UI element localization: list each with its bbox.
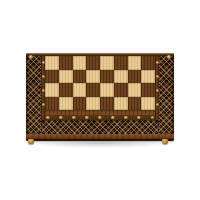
carved-border-right [159, 56, 174, 134]
board-square [141, 97, 155, 111]
hinge-icon [167, 55, 171, 59]
board-square [100, 83, 114, 97]
brass-stud [156, 89, 159, 92]
board-square [100, 70, 114, 84]
board-square [73, 56, 87, 70]
hinge-strip-right [155, 56, 159, 120]
board-square [45, 56, 59, 70]
brass-stud [72, 116, 76, 120]
board-square [86, 70, 100, 84]
board-square [59, 83, 73, 97]
board-square [128, 56, 142, 70]
product-photo-scene [0, 0, 200, 200]
board-square [73, 97, 87, 111]
brass-stud [46, 116, 50, 120]
brass-stud [156, 61, 159, 64]
board-square [114, 70, 128, 84]
board-square [141, 83, 155, 97]
board-square [45, 83, 59, 97]
board-square [59, 56, 73, 70]
board-square [86, 97, 100, 111]
board-square [86, 56, 100, 70]
board-square [128, 83, 142, 97]
brass-stud [124, 116, 128, 120]
board-square [86, 83, 100, 97]
brass-stud [111, 116, 115, 120]
brass-stud [156, 103, 159, 106]
brass-stud [85, 116, 89, 120]
brass-stud [137, 116, 141, 120]
board-square [73, 83, 87, 97]
case-bottom-edge [26, 139, 174, 141]
board-square [141, 70, 155, 84]
brass-stud [151, 116, 155, 120]
board-square [128, 70, 142, 84]
chessboard [45, 56, 155, 110]
board-square [45, 97, 59, 111]
hinge-icon [29, 55, 33, 59]
board-square [114, 56, 128, 70]
case-top-edge [26, 53, 174, 56]
brass-stud [156, 75, 159, 78]
board-square [114, 97, 128, 111]
board-square [141, 56, 155, 70]
brass-foot-left [28, 139, 34, 144]
brass-foot-right [162, 139, 168, 144]
brass-stud [98, 116, 102, 120]
board-square [59, 70, 73, 84]
board-square [100, 56, 114, 70]
board-square [100, 97, 114, 111]
board-square [114, 83, 128, 97]
carved-lattice-band [41, 120, 159, 134]
carved-border-left [26, 56, 41, 134]
folded-chess-case [26, 53, 174, 141]
board-square [45, 70, 59, 84]
board-square [73, 70, 87, 84]
board-square [59, 97, 73, 111]
board-square [128, 97, 142, 111]
brass-stud [59, 116, 63, 120]
